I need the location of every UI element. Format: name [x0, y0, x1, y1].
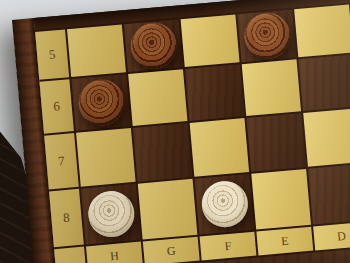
dark-piece-e5[interactable] [242, 11, 292, 61]
rank-label-7: 7 [44, 133, 79, 189]
square-d7[interactable] [303, 108, 350, 167]
border-corner-cell [54, 247, 86, 263]
file-label-d: D [313, 222, 350, 251]
rank-label-5: 5 [35, 29, 69, 79]
square-g8[interactable] [138, 179, 198, 240]
square-e7[interactable] [246, 113, 305, 172]
scene: 5678 HGFED [0, 0, 350, 263]
board-rows: 5678 [35, 0, 350, 247]
square-h6[interactable] [71, 74, 130, 131]
light-piece-h8[interactable] [86, 189, 136, 239]
square-e6[interactable] [242, 59, 301, 116]
square-g5[interactable] [124, 19, 183, 72]
dark-piece-g5[interactable] [128, 21, 178, 71]
rank-label-8: 8 [49, 189, 84, 247]
dark-piece-h6[interactable] [76, 78, 126, 128]
file-label-g: G [143, 237, 200, 263]
board-main: 5678 HGFED [34, 0, 350, 263]
square-d5[interactable] [294, 5, 350, 58]
square-f7[interactable] [190, 118, 249, 177]
file-label-f: F [200, 232, 257, 261]
square-f6[interactable] [185, 64, 244, 121]
square-d8[interactable] [308, 164, 350, 225]
checkers-board: 5678 HGFED [12, 0, 350, 263]
square-e8[interactable] [251, 169, 311, 230]
square-h8[interactable] [81, 184, 141, 245]
file-label-e: E [256, 227, 313, 256]
square-h7[interactable] [76, 128, 135, 187]
square-f5[interactable] [181, 15, 240, 68]
square-f8[interactable] [195, 174, 255, 235]
square-g6[interactable] [128, 69, 187, 126]
square-d6[interactable] [299, 54, 350, 111]
file-label-h: H [86, 242, 143, 263]
square-h5[interactable] [67, 24, 126, 77]
rank-label-6: 6 [39, 79, 73, 133]
light-piece-f8[interactable] [199, 179, 249, 229]
square-e5[interactable] [237, 10, 296, 63]
square-g7[interactable] [133, 123, 192, 182]
